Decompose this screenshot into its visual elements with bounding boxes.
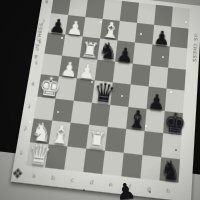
file-label-h: h [158, 186, 178, 196]
square-e2 [105, 127, 126, 152]
square-f8 [137, 3, 156, 25]
square-e6: ♟ [115, 40, 135, 63]
chess-board-rotated: 87654321 abcdefgh ® US CHESS US CHESS ❖ … [24, 0, 200, 179]
file-label-c: c [62, 175, 82, 185]
square-g7: ♟ [152, 24, 171, 46]
square-h7 [170, 26, 189, 48]
square-g3 [145, 108, 165, 133]
square-g5 [149, 65, 169, 88]
file-label-a: a [24, 170, 44, 180]
square-g4: ♟ [147, 86, 167, 110]
square-f6 [133, 42, 153, 65]
square-h4 [165, 89, 185, 113]
file-label-b: b [43, 173, 63, 183]
square-f5 [131, 63, 151, 86]
file-label-g: g [139, 183, 159, 193]
square-e8 [120, 1, 139, 22]
piece-black-knight-h1: ♞ [159, 157, 180, 185]
rank-label-3: 3 [24, 95, 34, 118]
square-e1 [102, 150, 124, 176]
brand-text-right: US CHESS [192, 33, 199, 62]
captured-black-pawn-icon: ♟ [115, 180, 138, 200]
rank-label-8: 8 [42, 0, 51, 12]
square-h3: ♚ [163, 111, 183, 136]
file-label-d: d [82, 177, 102, 187]
board-grid: ♟♟♝♟♜♞♟♟♟♚♛♟♝♚♞♝♜♛♞ [26, 0, 190, 183]
square-h5 [167, 67, 186, 90]
square-e7 [118, 20, 137, 42]
square-h2 [161, 133, 181, 158]
square-e4 [110, 82, 130, 106]
rank-label-2: 2 [20, 117, 30, 141]
square-g8 [154, 5, 173, 27]
rank-label-1: 1 [16, 140, 27, 165]
square-f7 [135, 22, 154, 44]
rank-label-4: 4 [28, 73, 38, 95]
board-border: 87654321 abcdefgh ® US CHESS US CHESS ❖ … [11, 0, 200, 200]
square-e5 [113, 61, 133, 84]
square-h1: ♞ [159, 157, 180, 183]
square-f3: ♝ [126, 106, 147, 131]
chess-board-perspective: 87654321 abcdefgh ® US CHESS US CHESS ❖ … [11, 0, 200, 200]
photo-canvas: 87654321 abcdefgh ® US CHESS US CHESS ❖ … [0, 0, 200, 200]
square-e3 [108, 104, 129, 129]
brand-diamond-logo-icon: ❖ [11, 166, 24, 183]
square-g2 [143, 131, 164, 156]
square-f1 [121, 152, 142, 178]
square-g1 [140, 154, 161, 180]
square-h8 [171, 7, 189, 29]
square-g6 [151, 44, 170, 67]
square-f2 [124, 129, 145, 154]
square-h6 [168, 46, 187, 69]
square-f4 [128, 84, 148, 108]
